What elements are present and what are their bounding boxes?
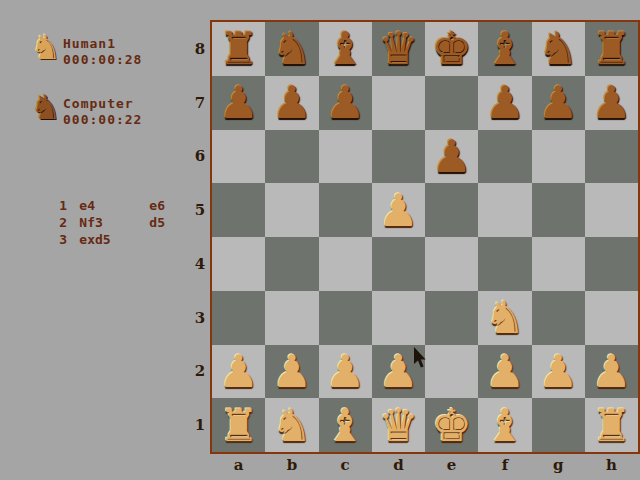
black-player-clock: 000:00:22 <box>63 112 142 127</box>
square-a6[interactable] <box>212 130 265 184</box>
piece-black-pawn-b7[interactable]: ♟ <box>265 76 318 130</box>
piece-white-pawn-h2[interactable]: ♟ <box>585 345 638 399</box>
rank-labels: 87654321 <box>192 22 208 452</box>
square-f5[interactable] <box>478 183 531 237</box>
square-f3[interactable]: ♞ <box>478 291 531 345</box>
square-b4[interactable] <box>265 237 318 291</box>
square-g4[interactable] <box>532 237 585 291</box>
piece-white-king-e1[interactable]: ♚ <box>425 398 478 452</box>
piece-white-bishop-f1[interactable]: ♝ <box>478 398 531 452</box>
rank-label-8: 8 <box>192 22 208 76</box>
file-label-e: e <box>425 456 478 474</box>
square-f1[interactable]: ♝ <box>478 398 531 452</box>
square-g7[interactable]: ♟ <box>532 76 585 130</box>
piece-black-queen-d8[interactable]: ♛ <box>372 22 425 76</box>
piece-black-knight-b8[interactable]: ♞ <box>265 22 318 76</box>
square-b6[interactable] <box>265 130 318 184</box>
square-g5[interactable] <box>532 183 585 237</box>
square-e1[interactable]: ♚ <box>425 398 478 452</box>
square-d8[interactable]: ♛ <box>372 22 425 76</box>
square-b8[interactable]: ♞ <box>265 22 318 76</box>
file-label-g: g <box>532 456 585 474</box>
piece-black-pawn-a7[interactable]: ♟ <box>212 76 265 130</box>
piece-white-rook-a1[interactable]: ♜ <box>212 398 265 452</box>
square-f2[interactable]: ♟ <box>478 345 531 399</box>
square-c3[interactable] <box>319 291 372 345</box>
piece-white-knight-f3[interactable]: ♞ <box>478 291 531 345</box>
file-label-a: a <box>212 456 265 474</box>
piece-black-pawn-e6[interactable]: ♟ <box>425 130 478 184</box>
square-a3[interactable] <box>212 291 265 345</box>
piece-black-pawn-h7[interactable]: ♟ <box>585 76 638 130</box>
white-player-clock: 000:00:28 <box>63 52 142 67</box>
square-h1[interactable]: ♜ <box>585 398 638 452</box>
square-f6[interactable] <box>478 130 531 184</box>
square-e8[interactable]: ♚ <box>425 22 478 76</box>
file-label-f: f <box>478 456 531 474</box>
rank-label-3: 3 <box>192 291 208 345</box>
move-number: 1 <box>59 197 73 214</box>
piece-black-rook-h8[interactable]: ♜ <box>585 22 638 76</box>
piece-black-pawn-c7[interactable]: ♟ <box>319 76 372 130</box>
square-b3[interactable] <box>265 291 318 345</box>
square-c6[interactable] <box>319 130 372 184</box>
square-h6[interactable] <box>585 130 638 184</box>
square-b5[interactable] <box>265 183 318 237</box>
square-f4[interactable] <box>478 237 531 291</box>
square-b2[interactable]: ♟ <box>265 345 318 399</box>
white-player-knight-icon: ♞ <box>28 28 64 66</box>
square-c5[interactable] <box>319 183 372 237</box>
white-move: e4 <box>79 197 149 214</box>
square-d4[interactable] <box>372 237 425 291</box>
black-move: e6 <box>149 197 165 214</box>
piece-white-pawn-d5[interactable]: ♟ <box>372 183 425 237</box>
square-f7[interactable]: ♟ <box>478 76 531 130</box>
square-b7[interactable]: ♟ <box>265 76 318 130</box>
square-c7[interactable]: ♟ <box>319 76 372 130</box>
rank-label-2: 2 <box>192 345 208 399</box>
square-g8[interactable]: ♞ <box>532 22 585 76</box>
chess-board-frame: ♜♞♝♛♚♝♞♜♟♟♟♟♟♟♟♟♞♟♟♟♟♟♟♟♜♞♝♛♚♝♜ <box>210 20 640 454</box>
black-player-name: Computer <box>63 96 134 111</box>
piece-white-pawn-a2[interactable]: ♟ <box>212 345 265 399</box>
square-c1[interactable]: ♝ <box>319 398 372 452</box>
square-d6[interactable] <box>372 130 425 184</box>
file-label-b: b <box>265 456 318 474</box>
piece-black-pawn-g7[interactable]: ♟ <box>532 76 585 130</box>
file-label-h: h <box>585 456 638 474</box>
rank-label-1: 1 <box>192 398 208 452</box>
square-a1[interactable]: ♜ <box>212 398 265 452</box>
square-h2[interactable]: ♟ <box>585 345 638 399</box>
square-f8[interactable]: ♝ <box>478 22 531 76</box>
square-b1[interactable]: ♞ <box>265 398 318 452</box>
rank-label-4: 4 <box>192 237 208 291</box>
square-h7[interactable]: ♟ <box>585 76 638 130</box>
square-d7[interactable] <box>372 76 425 130</box>
file-labels: abcdefgh <box>212 456 638 474</box>
square-e5[interactable] <box>425 183 478 237</box>
black-player-knight-icon: ♞ <box>28 88 64 126</box>
square-e6[interactable]: ♟ <box>425 130 478 184</box>
square-e4[interactable] <box>425 237 478 291</box>
piece-black-king-e8[interactable]: ♚ <box>425 22 478 76</box>
square-g6[interactable] <box>532 130 585 184</box>
square-a4[interactable] <box>212 237 265 291</box>
piece-white-pawn-f2[interactable]: ♟ <box>478 345 531 399</box>
file-label-c: c <box>319 456 372 474</box>
square-a8[interactable]: ♜ <box>212 22 265 76</box>
square-c2[interactable]: ♟ <box>319 345 372 399</box>
black-move: d5 <box>149 214 165 231</box>
move-number: 3 <box>59 231 73 248</box>
white-move: exd5 <box>79 231 149 248</box>
rank-label-7: 7 <box>192 76 208 130</box>
piece-white-queen-d1[interactable]: ♛ <box>372 398 425 452</box>
square-d5[interactable]: ♟ <box>372 183 425 237</box>
piece-black-bishop-f8[interactable]: ♝ <box>478 22 531 76</box>
rank-label-6: 6 <box>192 130 208 184</box>
square-d1[interactable]: ♛ <box>372 398 425 452</box>
piece-white-knight-b1[interactable]: ♞ <box>265 398 318 452</box>
square-g2[interactable]: ♟ <box>532 345 585 399</box>
piece-white-pawn-b2[interactable]: ♟ <box>265 345 318 399</box>
piece-white-bishop-c1[interactable]: ♝ <box>319 398 372 452</box>
piece-black-pawn-f7[interactable]: ♟ <box>478 76 531 130</box>
square-a2[interactable]: ♟ <box>212 345 265 399</box>
square-h8[interactable]: ♜ <box>585 22 638 76</box>
square-e2[interactable] <box>425 345 478 399</box>
white-player-name: Human1 <box>63 36 116 51</box>
move-number: 2 <box>59 214 73 231</box>
square-e3[interactable] <box>425 291 478 345</box>
mouse-cursor-icon <box>413 347 427 369</box>
square-h3[interactable] <box>585 291 638 345</box>
piece-white-pawn-g2[interactable]: ♟ <box>532 345 585 399</box>
move-row: 1e4e6 <box>28 180 165 197</box>
square-g1[interactable] <box>532 398 585 452</box>
square-a7[interactable]: ♟ <box>212 76 265 130</box>
square-h5[interactable] <box>585 183 638 237</box>
square-h4[interactable] <box>585 237 638 291</box>
file-label-d: d <box>372 456 425 474</box>
white-move: Nf3 <box>79 214 149 231</box>
square-a5[interactable] <box>212 183 265 237</box>
square-g3[interactable] <box>532 291 585 345</box>
move-list: 1e4e6 2Nf3d5 3exd5 <box>28 180 165 231</box>
piece-black-knight-g8[interactable]: ♞ <box>532 22 585 76</box>
chess-board: ♜♞♝♛♚♝♞♜♟♟♟♟♟♟♟♟♞♟♟♟♟♟♟♟♜♞♝♛♚♝♜ <box>212 22 638 452</box>
piece-black-rook-a8[interactable]: ♜ <box>212 22 265 76</box>
rank-label-5: 5 <box>192 183 208 237</box>
piece-white-rook-h1[interactable]: ♜ <box>585 398 638 452</box>
piece-black-bishop-c8[interactable]: ♝ <box>319 22 372 76</box>
square-e7[interactable] <box>425 76 478 130</box>
piece-white-pawn-c2[interactable]: ♟ <box>319 345 372 399</box>
square-c8[interactable]: ♝ <box>319 22 372 76</box>
square-c4[interactable] <box>319 237 372 291</box>
square-d3[interactable] <box>372 291 425 345</box>
